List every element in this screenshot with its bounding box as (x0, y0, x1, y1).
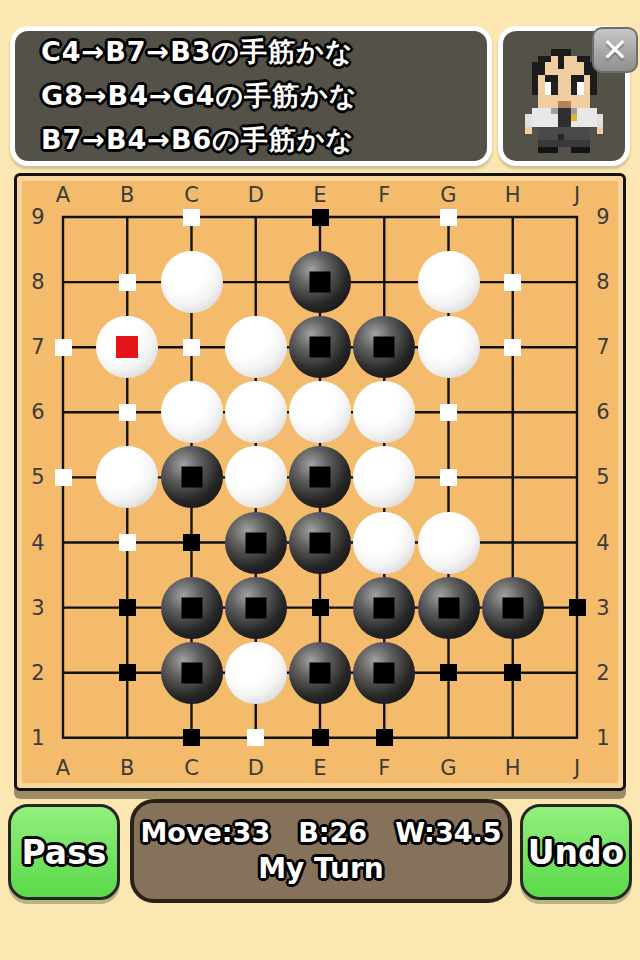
point-C9[interactable] (160, 185, 224, 249)
black-stone (161, 577, 223, 639)
point-F9[interactable] (352, 185, 416, 249)
black-stone (353, 577, 415, 639)
point-E3[interactable] (288, 576, 352, 640)
white-territory-marker (504, 339, 521, 356)
black-territory-marker (312, 729, 329, 746)
point-C6[interactable] (160, 380, 224, 444)
point-A5[interactable] (31, 445, 95, 509)
black-territory-marker (504, 664, 521, 681)
point-A3[interactable] (31, 576, 95, 640)
black-stone (289, 446, 351, 508)
move-counter: Move:33 (140, 817, 270, 848)
point-F5[interactable] (352, 445, 416, 509)
point-C5[interactable] (160, 445, 224, 509)
point-E7[interactable] (288, 315, 352, 379)
point-C1[interactable] (160, 706, 224, 770)
white-stone (225, 642, 287, 704)
white-stone (289, 381, 351, 443)
point-E6[interactable] (288, 380, 352, 444)
white-territory-marker (119, 534, 136, 551)
point-H1[interactable] (481, 706, 545, 770)
point-G9[interactable] (417, 185, 481, 249)
close-button[interactable]: ✕ (592, 27, 638, 73)
white-territory-marker (183, 339, 200, 356)
point-F3[interactable] (352, 576, 416, 640)
point-J5[interactable] (545, 445, 609, 509)
point-C8[interactable] (160, 250, 224, 314)
point-A7[interactable] (31, 315, 95, 379)
point-J6[interactable] (545, 380, 609, 444)
black-stone (225, 512, 287, 574)
black-territory-marker (569, 599, 586, 616)
undo-button-label: Undo (528, 833, 625, 872)
black-stone (289, 512, 351, 574)
point-C7[interactable] (160, 315, 224, 379)
white-territory-marker (183, 209, 200, 226)
point-F4[interactable] (352, 511, 416, 575)
white-territory-marker (247, 729, 264, 746)
point-J4[interactable] (545, 511, 609, 575)
white-stone (96, 446, 158, 508)
white-territory-marker (440, 209, 457, 226)
white-score: W:34.5 (395, 817, 501, 848)
black-territory-marker (119, 599, 136, 616)
point-J9[interactable] (545, 185, 609, 249)
white-stone (225, 381, 287, 443)
white-stone (96, 316, 158, 378)
point-E4[interactable] (288, 511, 352, 575)
point-H9[interactable] (481, 185, 545, 249)
undo-button[interactable]: Undo (520, 804, 632, 900)
go-board: AABBCCDDEEFFGGHHJJ998877665544332211 (14, 173, 626, 791)
white-stone (353, 512, 415, 574)
black-stone (161, 642, 223, 704)
pass-button[interactable]: Pass (8, 804, 120, 900)
point-J8[interactable] (545, 250, 609, 314)
point-B8[interactable] (95, 250, 159, 314)
point-D7[interactable] (224, 315, 288, 379)
black-territory-marker (183, 534, 200, 551)
hint-line-1: C4→B7→B3の手筋かな (41, 31, 487, 73)
white-territory-marker (119, 274, 136, 291)
black-stone (225, 577, 287, 639)
game-status-panel: Move:33 B:26 W:34.5 My Turn (130, 799, 512, 903)
point-H5[interactable] (481, 445, 545, 509)
black-territory-marker (312, 209, 329, 226)
black-score: B:26 (298, 817, 367, 848)
white-stone (353, 446, 415, 508)
black-territory-marker (440, 664, 457, 681)
point-E1[interactable] (288, 706, 352, 770)
point-E2[interactable] (288, 641, 352, 705)
point-D6[interactable] (224, 380, 288, 444)
point-G4[interactable] (417, 511, 481, 575)
point-E8[interactable] (288, 250, 352, 314)
point-B9[interactable] (95, 185, 159, 249)
point-F8[interactable] (352, 250, 416, 314)
black-stone (289, 642, 351, 704)
point-F1[interactable] (352, 706, 416, 770)
point-A1[interactable] (31, 706, 95, 770)
point-B5[interactable] (95, 445, 159, 509)
black-stone (353, 316, 415, 378)
pass-button-label: Pass (22, 833, 107, 872)
black-stone (289, 251, 351, 313)
point-G3[interactable] (417, 576, 481, 640)
close-icon: ✕ (602, 31, 629, 69)
point-B1[interactable] (95, 706, 159, 770)
point-D2[interactable] (224, 641, 288, 705)
point-J3[interactable] (545, 576, 609, 640)
black-stone (161, 446, 223, 508)
white-territory-marker (440, 404, 457, 421)
white-stone (418, 316, 480, 378)
point-B3[interactable] (95, 576, 159, 640)
point-D4[interactable] (224, 511, 288, 575)
point-E5[interactable] (288, 445, 352, 509)
point-F7[interactable] (352, 315, 416, 379)
app-screen: C4→B7→B3の手筋かな G8→B4→G4の手筋かな B7→B4→B6の手筋か… (0, 0, 640, 960)
point-E9[interactable] (288, 185, 352, 249)
point-C4[interactable] (160, 511, 224, 575)
point-F2[interactable] (352, 641, 416, 705)
white-stone (418, 512, 480, 574)
point-G2[interactable] (417, 641, 481, 705)
point-A6[interactable] (31, 380, 95, 444)
score-row: Move:33 B:26 W:34.5 (140, 817, 501, 848)
point-C3[interactable] (160, 576, 224, 640)
white-territory-marker (55, 469, 72, 486)
point-G1[interactable] (417, 706, 481, 770)
point-D9[interactable] (224, 185, 288, 249)
point-A8[interactable] (31, 250, 95, 314)
black-territory-marker (119, 664, 136, 681)
white-territory-marker (119, 404, 136, 421)
point-B2[interactable] (95, 641, 159, 705)
point-H4[interactable] (481, 511, 545, 575)
point-G6[interactable] (417, 380, 481, 444)
turn-indicator: My Turn (258, 852, 384, 885)
last-move-marker (116, 336, 138, 358)
white-territory-marker (55, 339, 72, 356)
point-F6[interactable] (352, 380, 416, 444)
white-stone (161, 251, 223, 313)
white-stone (161, 381, 223, 443)
white-stone (225, 316, 287, 378)
hint-speech-bubble: C4→B7→B3の手筋かな G8→B4→G4の手筋かな B7→B4→B6の手筋か… (10, 26, 492, 166)
white-territory-marker (504, 274, 521, 291)
point-B6[interactable] (95, 380, 159, 444)
point-J1[interactable] (545, 706, 609, 770)
hint-line-3: B7→B4→B6の手筋かな (41, 119, 487, 161)
point-J7[interactable] (545, 315, 609, 379)
point-A2[interactable] (31, 641, 95, 705)
point-H8[interactable] (481, 250, 545, 314)
hint-line-2: G8→B4→G4の手筋かな (41, 75, 487, 117)
black-stone (482, 577, 544, 639)
point-D3[interactable] (224, 576, 288, 640)
point-H3[interactable] (481, 576, 545, 640)
point-A9[interactable] (31, 185, 95, 249)
point-G5[interactable] (417, 445, 481, 509)
white-stone (353, 381, 415, 443)
black-stone (289, 316, 351, 378)
point-D8[interactable] (224, 250, 288, 314)
point-H6[interactable] (481, 380, 545, 444)
black-territory-marker (376, 729, 393, 746)
black-territory-marker (312, 599, 329, 616)
point-C2[interactable] (160, 641, 224, 705)
white-stone (418, 251, 480, 313)
black-stone (353, 642, 415, 704)
point-J2[interactable] (545, 641, 609, 705)
point-D5[interactable] (224, 445, 288, 509)
point-G7[interactable] (417, 315, 481, 379)
point-B4[interactable] (95, 511, 159, 575)
point-A4[interactable] (31, 511, 95, 575)
white-stone (225, 446, 287, 508)
black-territory-marker (183, 729, 200, 746)
point-H2[interactable] (481, 641, 545, 705)
point-B7[interactable] (95, 315, 159, 379)
point-G8[interactable] (417, 250, 481, 314)
turn-row: My Turn (258, 852, 384, 885)
black-stone (418, 577, 480, 639)
white-territory-marker (440, 469, 457, 486)
point-D1[interactable] (224, 706, 288, 770)
point-H7[interactable] (481, 315, 545, 379)
